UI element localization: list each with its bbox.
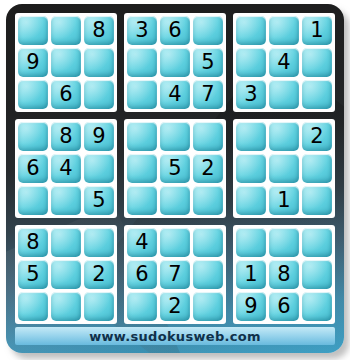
cell-r3c9[interactable] [302, 80, 332, 109]
cell-r8c5[interactable]: 7 [160, 260, 190, 289]
cell-r9c2[interactable] [51, 292, 81, 321]
cell-r5c7[interactable] [236, 154, 266, 183]
cell-r4c7[interactable] [236, 122, 266, 151]
cell-r6c4[interactable] [127, 186, 157, 215]
sudoku-box-0-2: 143 [233, 13, 335, 112]
cell-r6c7[interactable] [236, 186, 266, 215]
cell-r9c4[interactable] [127, 292, 157, 321]
cell-r4c1[interactable] [18, 122, 48, 151]
cell-r9c7[interactable]: 9 [236, 292, 266, 321]
cell-r9c8[interactable]: 6 [269, 292, 299, 321]
cell-r1c6[interactable] [193, 16, 223, 45]
cell-r6c5[interactable] [160, 186, 190, 215]
cell-r2c7[interactable] [236, 48, 266, 77]
cell-r2c2[interactable] [51, 48, 81, 77]
cell-r5c5[interactable]: 5 [160, 154, 190, 183]
cell-r6c8[interactable]: 1 [269, 186, 299, 215]
cell-r3c4[interactable] [127, 80, 157, 109]
cell-r4c3[interactable]: 9 [84, 122, 114, 151]
cell-r4c8[interactable] [269, 122, 299, 151]
cell-r5c1[interactable]: 6 [18, 154, 48, 183]
sudoku-box-2-2: 1896 [233, 225, 335, 324]
cell-r7c6[interactable] [193, 228, 223, 257]
cell-r7c7[interactable] [236, 228, 266, 257]
cell-r1c3[interactable]: 8 [84, 16, 114, 45]
cell-r4c6[interactable] [193, 122, 223, 151]
cell-r8c6[interactable] [193, 260, 223, 289]
cell-r7c1[interactable]: 8 [18, 228, 48, 257]
cell-r9c3[interactable] [84, 292, 114, 321]
sudoku-board: 8963654714389645522185246721896 [15, 13, 335, 324]
sudoku-box-0-1: 36547 [124, 13, 226, 112]
cell-r6c9[interactable] [302, 186, 332, 215]
cell-r3c8[interactable] [269, 80, 299, 109]
sudoku-box-1-1: 52 [124, 119, 226, 218]
cell-r6c6[interactable] [193, 186, 223, 215]
cell-r9c5[interactable]: 2 [160, 292, 190, 321]
cell-r1c4[interactable]: 3 [127, 16, 157, 45]
cell-r6c2[interactable] [51, 186, 81, 215]
cell-r2c5[interactable] [160, 48, 190, 77]
cell-r4c5[interactable] [160, 122, 190, 151]
sudoku-box-1-2: 21 [233, 119, 335, 218]
cell-r5c3[interactable] [84, 154, 114, 183]
cell-r2c8[interactable]: 4 [269, 48, 299, 77]
cell-r3c2[interactable]: 6 [51, 80, 81, 109]
sudoku-box-0-0: 896 [15, 13, 117, 112]
cell-r3c6[interactable]: 7 [193, 80, 223, 109]
cell-r6c1[interactable] [18, 186, 48, 215]
cell-r4c4[interactable] [127, 122, 157, 151]
cell-r4c2[interactable]: 8 [51, 122, 81, 151]
cell-r9c6[interactable] [193, 292, 223, 321]
cell-r2c1[interactable]: 9 [18, 48, 48, 77]
cell-r8c7[interactable]: 1 [236, 260, 266, 289]
cell-r1c9[interactable]: 1 [302, 16, 332, 45]
sudoku-page: 8963654714389645522185246721896 www.sudo… [0, 0, 350, 360]
cell-r7c2[interactable] [51, 228, 81, 257]
cell-r9c1[interactable] [18, 292, 48, 321]
cell-r8c2[interactable] [51, 260, 81, 289]
cell-r3c1[interactable] [18, 80, 48, 109]
cell-r5c4[interactable] [127, 154, 157, 183]
sudoku-box-1-0: 89645 [15, 119, 117, 218]
cell-r7c4[interactable]: 4 [127, 228, 157, 257]
cell-r1c1[interactable] [18, 16, 48, 45]
sudoku-box-2-1: 4672 [124, 225, 226, 324]
cell-r8c8[interactable]: 8 [269, 260, 299, 289]
board-inner: 8963654714389645522185246721896 www.sudo… [15, 13, 335, 345]
sudoku-board-frame: 8963654714389645522185246721896 www.sudo… [6, 4, 344, 353]
cell-r7c3[interactable] [84, 228, 114, 257]
cell-r2c9[interactable] [302, 48, 332, 77]
cell-r5c8[interactable] [269, 154, 299, 183]
cell-r6c3[interactable]: 5 [84, 186, 114, 215]
cell-r1c5[interactable]: 6 [160, 16, 190, 45]
cell-r9c9[interactable] [302, 292, 332, 321]
cell-r3c3[interactable] [84, 80, 114, 109]
footer-url-link[interactable]: www.sudokusweb.com [15, 327, 335, 345]
cell-r8c9[interactable] [302, 260, 332, 289]
cell-r7c9[interactable] [302, 228, 332, 257]
cell-r1c2[interactable] [51, 16, 81, 45]
cell-r5c9[interactable] [302, 154, 332, 183]
cell-r7c5[interactable] [160, 228, 190, 257]
sudoku-box-2-0: 852 [15, 225, 117, 324]
cell-r1c7[interactable] [236, 16, 266, 45]
cell-r2c6[interactable]: 5 [193, 48, 223, 77]
cell-r4c9[interactable]: 2 [302, 122, 332, 151]
cell-r7c8[interactable] [269, 228, 299, 257]
cell-r8c4[interactable]: 6 [127, 260, 157, 289]
cell-r5c2[interactable]: 4 [51, 154, 81, 183]
cell-r8c3[interactable]: 2 [84, 260, 114, 289]
cell-r2c4[interactable] [127, 48, 157, 77]
cell-r1c8[interactable] [269, 16, 299, 45]
cell-r8c1[interactable]: 5 [18, 260, 48, 289]
cell-r3c7[interactable]: 3 [236, 80, 266, 109]
cell-r3c5[interactable]: 4 [160, 80, 190, 109]
cell-r2c3[interactable] [84, 48, 114, 77]
cell-r5c6[interactable]: 2 [193, 154, 223, 183]
